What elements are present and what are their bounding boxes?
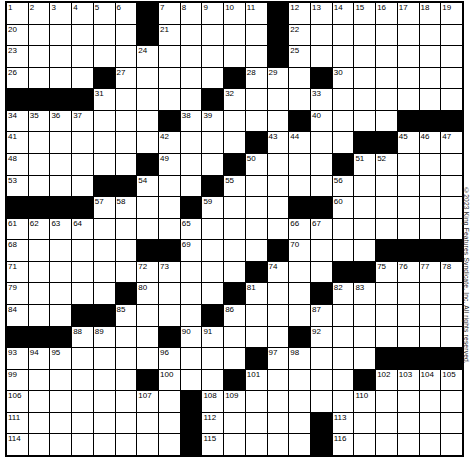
cell-19-6[interactable] xyxy=(116,391,137,412)
cell-17-14[interactable]: 98 xyxy=(289,348,310,369)
cell-16-9[interactable]: 90 xyxy=(181,327,202,348)
cell-2-17[interactable] xyxy=(354,25,375,46)
cell-6-5[interactable] xyxy=(94,111,115,132)
cell-9-21[interactable] xyxy=(441,176,462,197)
cell-2-15[interactable] xyxy=(311,25,332,46)
cell-19-7[interactable]: 107 xyxy=(137,391,158,412)
cell-18-9[interactable] xyxy=(181,370,202,391)
cell-20-18[interactable] xyxy=(376,413,397,434)
cell-6-4[interactable]: 37 xyxy=(72,111,93,132)
cell-21-2[interactable] xyxy=(29,434,50,455)
cell-17-16[interactable] xyxy=(333,348,354,369)
cell-15-17[interactable] xyxy=(354,305,375,326)
cell-2-18[interactable] xyxy=(376,25,397,46)
cell-14-21[interactable] xyxy=(441,283,462,304)
cell-15-2[interactable] xyxy=(29,305,50,326)
cell-6-17[interactable] xyxy=(354,111,375,132)
cell-19-10[interactable]: 108 xyxy=(202,391,223,412)
cell-13-11[interactable] xyxy=(224,262,245,283)
cell-10-18[interactable] xyxy=(376,197,397,218)
cell-17-11[interactable] xyxy=(224,348,245,369)
cell-15-7[interactable] xyxy=(137,305,158,326)
cell-16-11[interactable] xyxy=(224,327,245,348)
cell-5-12[interactable] xyxy=(246,89,267,110)
cell-11-8[interactable] xyxy=(159,219,180,240)
cell-5-18[interactable] xyxy=(376,89,397,110)
cell-15-11[interactable]: 86 xyxy=(224,305,245,326)
cell-11-14[interactable]: 66 xyxy=(289,219,310,240)
cell-21-5[interactable] xyxy=(94,434,115,455)
cell-20-13[interactable] xyxy=(268,413,289,434)
cell-3-19[interactable] xyxy=(398,46,419,67)
cell-19-14[interactable] xyxy=(289,391,310,412)
cell-1-19[interactable]: 17 xyxy=(398,3,419,24)
cell-12-16[interactable] xyxy=(333,240,354,261)
cell-7-14[interactable]: 44 xyxy=(289,132,310,153)
cell-5-13[interactable] xyxy=(268,89,289,110)
cell-10-16[interactable]: 60 xyxy=(333,197,354,218)
cell-7-13[interactable]: 43 xyxy=(268,132,289,153)
cell-2-3[interactable] xyxy=(50,25,71,46)
cell-3-10[interactable] xyxy=(202,46,223,67)
cell-10-7[interactable] xyxy=(137,197,158,218)
cell-21-17[interactable] xyxy=(354,434,375,455)
cell-9-1[interactable]: 53 xyxy=(7,176,28,197)
cell-11-12[interactable] xyxy=(246,219,267,240)
cell-11-13[interactable] xyxy=(268,219,289,240)
cell-16-16[interactable] xyxy=(333,327,354,348)
cell-14-2[interactable] xyxy=(29,283,50,304)
cell-2-1[interactable]: 20 xyxy=(7,25,28,46)
cell-19-8[interactable] xyxy=(159,391,180,412)
cell-20-17[interactable] xyxy=(354,413,375,434)
cell-18-2[interactable] xyxy=(29,370,50,391)
cell-21-13[interactable] xyxy=(268,434,289,455)
cell-7-19[interactable]: 45 xyxy=(398,132,419,153)
cell-6-13[interactable] xyxy=(268,111,289,132)
cell-5-19[interactable] xyxy=(398,89,419,110)
cell-21-11[interactable] xyxy=(224,434,245,455)
cell-19-11[interactable]: 109 xyxy=(224,391,245,412)
cell-2-21[interactable] xyxy=(441,25,462,46)
cell-10-12[interactable] xyxy=(246,197,267,218)
cell-8-12[interactable]: 50 xyxy=(246,154,267,175)
cell-3-6[interactable] xyxy=(116,46,137,67)
cell-10-6[interactable]: 58 xyxy=(116,197,137,218)
cell-6-3[interactable]: 36 xyxy=(50,111,71,132)
cell-7-15[interactable] xyxy=(311,132,332,153)
cell-13-9[interactable] xyxy=(181,262,202,283)
cell-19-5[interactable] xyxy=(94,391,115,412)
cell-6-7[interactable] xyxy=(137,111,158,132)
cell-18-21[interactable]: 105 xyxy=(441,370,462,391)
cell-14-14[interactable] xyxy=(289,283,310,304)
cell-5-5[interactable]: 31 xyxy=(94,89,115,110)
cell-14-5[interactable] xyxy=(94,283,115,304)
cell-16-6[interactable] xyxy=(116,327,137,348)
cell-4-13[interactable]: 29 xyxy=(268,68,289,89)
cell-16-12[interactable] xyxy=(246,327,267,348)
cell-9-9[interactable] xyxy=(181,176,202,197)
cell-5-20[interactable] xyxy=(420,89,441,110)
cell-6-11[interactable] xyxy=(224,111,245,132)
cell-7-4[interactable] xyxy=(72,132,93,153)
cell-13-1[interactable]: 71 xyxy=(7,262,28,283)
cell-20-16[interactable]: 113 xyxy=(333,413,354,434)
cell-2-19[interactable] xyxy=(398,25,419,46)
cell-3-16[interactable] xyxy=(333,46,354,67)
cell-14-3[interactable] xyxy=(50,283,71,304)
cell-18-8[interactable]: 100 xyxy=(159,370,180,391)
cell-5-6[interactable] xyxy=(116,89,137,110)
cell-6-15[interactable]: 40 xyxy=(311,111,332,132)
cell-1-21[interactable]: 19 xyxy=(441,3,462,24)
cell-8-10[interactable] xyxy=(202,154,223,175)
cell-21-8[interactable] xyxy=(159,434,180,455)
cell-3-3[interactable] xyxy=(50,46,71,67)
cell-5-21[interactable] xyxy=(441,89,462,110)
cell-18-13[interactable] xyxy=(268,370,289,391)
cell-14-20[interactable] xyxy=(420,283,441,304)
cell-4-4[interactable] xyxy=(72,68,93,89)
cell-18-16[interactable] xyxy=(333,370,354,391)
cell-8-2[interactable] xyxy=(29,154,50,175)
cell-8-14[interactable] xyxy=(289,154,310,175)
cell-12-6[interactable] xyxy=(116,240,137,261)
cell-11-7[interactable] xyxy=(137,219,158,240)
cell-19-20[interactable] xyxy=(420,391,441,412)
cell-20-10[interactable]: 112 xyxy=(202,413,223,434)
cell-2-8[interactable]: 21 xyxy=(159,25,180,46)
cell-9-12[interactable] xyxy=(246,176,267,197)
cell-18-3[interactable] xyxy=(50,370,71,391)
cell-1-11[interactable]: 10 xyxy=(224,3,245,24)
cell-9-16[interactable]: 56 xyxy=(333,176,354,197)
cell-4-18[interactable] xyxy=(376,68,397,89)
cell-16-20[interactable] xyxy=(420,327,441,348)
cell-8-1[interactable]: 48 xyxy=(7,154,28,175)
cell-19-21[interactable] xyxy=(441,391,462,412)
cell-21-3[interactable] xyxy=(50,434,71,455)
cell-18-20[interactable]: 104 xyxy=(420,370,441,391)
cell-10-13[interactable] xyxy=(268,197,289,218)
cell-15-1[interactable]: 84 xyxy=(7,305,28,326)
cell-1-2[interactable]: 2 xyxy=(29,3,50,24)
cell-1-10[interactable]: 9 xyxy=(202,3,223,24)
cell-18-19[interactable]: 103 xyxy=(398,370,419,391)
cell-20-8[interactable] xyxy=(159,413,180,434)
cell-8-19[interactable] xyxy=(398,154,419,175)
cell-20-4[interactable] xyxy=(72,413,93,434)
cell-17-15[interactable] xyxy=(311,348,332,369)
cell-13-4[interactable] xyxy=(72,262,93,283)
cell-18-10[interactable] xyxy=(202,370,223,391)
cell-6-16[interactable] xyxy=(333,111,354,132)
cell-20-11[interactable] xyxy=(224,413,245,434)
cell-21-14[interactable] xyxy=(289,434,310,455)
cell-20-2[interactable] xyxy=(29,413,50,434)
cell-7-3[interactable] xyxy=(50,132,71,153)
cell-5-16[interactable] xyxy=(333,89,354,110)
cell-7-7[interactable] xyxy=(137,132,158,153)
cell-4-12[interactable]: 28 xyxy=(246,68,267,89)
cell-21-6[interactable] xyxy=(116,434,137,455)
cell-7-8[interactable]: 42 xyxy=(159,132,180,153)
cell-8-9[interactable] xyxy=(181,154,202,175)
cell-2-16[interactable] xyxy=(333,25,354,46)
cell-3-8[interactable] xyxy=(159,46,180,67)
cell-18-12[interactable]: 101 xyxy=(246,370,267,391)
cell-9-13[interactable] xyxy=(268,176,289,197)
cell-17-7[interactable] xyxy=(137,348,158,369)
cell-11-20[interactable] xyxy=(420,219,441,240)
cell-3-21[interactable] xyxy=(441,46,462,67)
cell-5-8[interactable] xyxy=(159,89,180,110)
cell-13-14[interactable] xyxy=(289,262,310,283)
cell-19-19[interactable] xyxy=(398,391,419,412)
cell-17-2[interactable]: 94 xyxy=(29,348,50,369)
cell-13-15[interactable] xyxy=(311,262,332,283)
cell-9-4[interactable] xyxy=(72,176,93,197)
cell-8-20[interactable] xyxy=(420,154,441,175)
cell-21-7[interactable] xyxy=(137,434,158,455)
cell-8-8[interactable]: 49 xyxy=(159,154,180,175)
cell-4-7[interactable] xyxy=(137,68,158,89)
cell-10-8[interactable] xyxy=(159,197,180,218)
cell-20-19[interactable] xyxy=(398,413,419,434)
cell-3-5[interactable] xyxy=(94,46,115,67)
cell-2-6[interactable] xyxy=(116,25,137,46)
cell-11-5[interactable] xyxy=(94,219,115,240)
cell-18-18[interactable]: 102 xyxy=(376,370,397,391)
cell-5-15[interactable]: 33 xyxy=(311,89,332,110)
cell-16-5[interactable]: 89 xyxy=(94,327,115,348)
cell-20-12[interactable] xyxy=(246,413,267,434)
cell-10-21[interactable] xyxy=(441,197,462,218)
cell-2-20[interactable] xyxy=(420,25,441,46)
cell-6-6[interactable] xyxy=(116,111,137,132)
cell-20-20[interactable] xyxy=(420,413,441,434)
cell-7-20[interactable]: 46 xyxy=(420,132,441,153)
cell-9-2[interactable] xyxy=(29,176,50,197)
cell-3-2[interactable] xyxy=(29,46,50,67)
cell-8-4[interactable] xyxy=(72,154,93,175)
cell-21-1[interactable]: 114 xyxy=(7,434,28,455)
cell-3-17[interactable] xyxy=(354,46,375,67)
cell-14-4[interactable] xyxy=(72,283,93,304)
cell-15-16[interactable] xyxy=(333,305,354,326)
cell-15-6[interactable]: 85 xyxy=(116,305,137,326)
cell-13-8[interactable]: 73 xyxy=(159,262,180,283)
cell-1-6[interactable]: 6 xyxy=(116,3,137,24)
cell-14-12[interactable]: 81 xyxy=(246,283,267,304)
cell-11-4[interactable]: 64 xyxy=(72,219,93,240)
cell-19-16[interactable] xyxy=(333,391,354,412)
cell-12-3[interactable] xyxy=(50,240,71,261)
cell-6-18[interactable] xyxy=(376,111,397,132)
cell-15-20[interactable] xyxy=(420,305,441,326)
cell-6-1[interactable]: 34 xyxy=(7,111,28,132)
cell-10-20[interactable] xyxy=(420,197,441,218)
cell-16-7[interactable] xyxy=(137,327,158,348)
cell-13-3[interactable] xyxy=(50,262,71,283)
cell-5-17[interactable] xyxy=(354,89,375,110)
cell-13-20[interactable]: 77 xyxy=(420,262,441,283)
cell-21-18[interactable] xyxy=(376,434,397,455)
cell-2-14[interactable]: 22 xyxy=(289,25,310,46)
cell-21-12[interactable] xyxy=(246,434,267,455)
cell-1-3[interactable]: 3 xyxy=(50,3,71,24)
cell-15-15[interactable]: 87 xyxy=(311,305,332,326)
cell-1-1[interactable]: 1 xyxy=(7,3,28,24)
cell-9-17[interactable] xyxy=(354,176,375,197)
cell-18-5[interactable] xyxy=(94,370,115,391)
cell-6-2[interactable]: 35 xyxy=(29,111,50,132)
cell-18-15[interactable] xyxy=(311,370,332,391)
cell-7-21[interactable]: 47 xyxy=(441,132,462,153)
cell-14-8[interactable] xyxy=(159,283,180,304)
cell-9-8[interactable] xyxy=(159,176,180,197)
cell-18-1[interactable]: 99 xyxy=(7,370,28,391)
cell-2-10[interactable] xyxy=(202,25,223,46)
cell-4-9[interactable] xyxy=(181,68,202,89)
cell-21-16[interactable]: 116 xyxy=(333,434,354,455)
cell-13-5[interactable] xyxy=(94,262,115,283)
cell-13-13[interactable]: 74 xyxy=(268,262,289,283)
cell-13-2[interactable] xyxy=(29,262,50,283)
cell-8-18[interactable]: 52 xyxy=(376,154,397,175)
cell-1-14[interactable]: 12 xyxy=(289,3,310,24)
cell-8-5[interactable] xyxy=(94,154,115,175)
cell-8-21[interactable] xyxy=(441,154,462,175)
cell-14-1[interactable]: 79 xyxy=(7,283,28,304)
cell-11-9[interactable]: 65 xyxy=(181,219,202,240)
cell-3-9[interactable] xyxy=(181,46,202,67)
cell-21-4[interactable] xyxy=(72,434,93,455)
cell-1-16[interactable]: 14 xyxy=(333,3,354,24)
cell-4-19[interactable] xyxy=(398,68,419,89)
cell-21-20[interactable] xyxy=(420,434,441,455)
cell-5-7[interactable] xyxy=(137,89,158,110)
cell-9-15[interactable] xyxy=(311,176,332,197)
cell-5-9[interactable] xyxy=(181,89,202,110)
cell-17-10[interactable] xyxy=(202,348,223,369)
cell-12-17[interactable] xyxy=(354,240,375,261)
cell-19-2[interactable] xyxy=(29,391,50,412)
cell-18-14[interactable] xyxy=(289,370,310,391)
cell-15-8[interactable] xyxy=(159,305,180,326)
cell-9-14[interactable] xyxy=(289,176,310,197)
cell-4-8[interactable] xyxy=(159,68,180,89)
cell-10-17[interactable] xyxy=(354,197,375,218)
cell-12-5[interactable] xyxy=(94,240,115,261)
cell-4-10[interactable] xyxy=(202,68,223,89)
cell-3-7[interactable]: 24 xyxy=(137,46,158,67)
cell-5-14[interactable] xyxy=(289,89,310,110)
cell-9-3[interactable] xyxy=(50,176,71,197)
cell-11-1[interactable]: 61 xyxy=(7,219,28,240)
cell-3-1[interactable]: 23 xyxy=(7,46,28,67)
cell-12-1[interactable]: 68 xyxy=(7,240,28,261)
cell-11-2[interactable]: 62 xyxy=(29,219,50,240)
cell-19-13[interactable] xyxy=(268,391,289,412)
cell-17-8[interactable]: 96 xyxy=(159,348,180,369)
cell-12-12[interactable] xyxy=(246,240,267,261)
cell-2-11[interactable] xyxy=(224,25,245,46)
cell-11-15[interactable]: 67 xyxy=(311,219,332,240)
cell-10-19[interactable] xyxy=(398,197,419,218)
cell-16-13[interactable] xyxy=(268,327,289,348)
cell-3-4[interactable] xyxy=(72,46,93,67)
cell-8-17[interactable]: 51 xyxy=(354,154,375,175)
cell-9-7[interactable]: 54 xyxy=(137,176,158,197)
cell-10-11[interactable] xyxy=(224,197,245,218)
cell-19-18[interactable] xyxy=(376,391,397,412)
cell-13-21[interactable]: 78 xyxy=(441,262,462,283)
cell-4-3[interactable] xyxy=(50,68,71,89)
cell-13-10[interactable] xyxy=(202,262,223,283)
cell-19-15[interactable] xyxy=(311,391,332,412)
cell-8-15[interactable] xyxy=(311,154,332,175)
cell-7-9[interactable] xyxy=(181,132,202,153)
cell-12-2[interactable] xyxy=(29,240,50,261)
cell-15-21[interactable] xyxy=(441,305,462,326)
cell-11-6[interactable] xyxy=(116,219,137,240)
cell-11-11[interactable] xyxy=(224,219,245,240)
cell-7-10[interactable] xyxy=(202,132,223,153)
cell-21-21[interactable] xyxy=(441,434,462,455)
cell-11-16[interactable] xyxy=(333,219,354,240)
cell-21-19[interactable] xyxy=(398,434,419,455)
cell-20-21[interactable] xyxy=(441,413,462,434)
cell-4-1[interactable]: 26 xyxy=(7,68,28,89)
cell-4-2[interactable] xyxy=(29,68,50,89)
cell-8-3[interactable] xyxy=(50,154,71,175)
cell-1-20[interactable]: 18 xyxy=(420,3,441,24)
cell-13-6[interactable] xyxy=(116,262,137,283)
cell-3-18[interactable] xyxy=(376,46,397,67)
cell-5-11[interactable]: 32 xyxy=(224,89,245,110)
cell-9-18[interactable] xyxy=(376,176,397,197)
cell-14-16[interactable]: 82 xyxy=(333,283,354,304)
cell-4-6[interactable]: 27 xyxy=(116,68,137,89)
cell-1-17[interactable]: 15 xyxy=(354,3,375,24)
cell-10-10[interactable]: 59 xyxy=(202,197,223,218)
cell-1-18[interactable]: 16 xyxy=(376,3,397,24)
cell-17-17[interactable] xyxy=(354,348,375,369)
cell-2-2[interactable] xyxy=(29,25,50,46)
cell-14-19[interactable] xyxy=(398,283,419,304)
cell-7-1[interactable]: 41 xyxy=(7,132,28,153)
cell-14-10[interactable] xyxy=(202,283,223,304)
cell-12-4[interactable] xyxy=(72,240,93,261)
cell-9-11[interactable]: 55 xyxy=(224,176,245,197)
cell-18-6[interactable] xyxy=(116,370,137,391)
cell-17-13[interactable]: 97 xyxy=(268,348,289,369)
cell-11-21[interactable] xyxy=(441,219,462,240)
cell-6-9[interactable]: 38 xyxy=(181,111,202,132)
cell-12-11[interactable] xyxy=(224,240,245,261)
cell-17-4[interactable] xyxy=(72,348,93,369)
cell-11-3[interactable]: 63 xyxy=(50,219,71,240)
cell-19-4[interactable] xyxy=(72,391,93,412)
cell-4-21[interactable] xyxy=(441,68,462,89)
cell-16-4[interactable]: 88 xyxy=(72,327,93,348)
cell-17-6[interactable] xyxy=(116,348,137,369)
cell-15-12[interactable] xyxy=(246,305,267,326)
cell-11-18[interactable] xyxy=(376,219,397,240)
cell-3-14[interactable]: 25 xyxy=(289,46,310,67)
